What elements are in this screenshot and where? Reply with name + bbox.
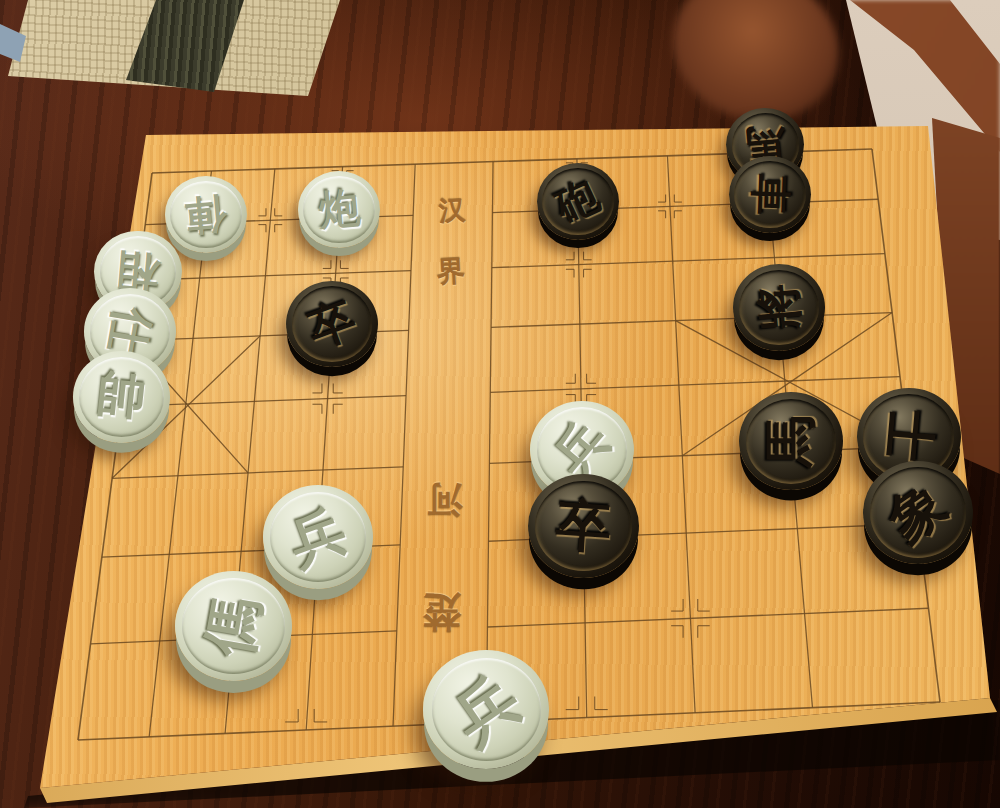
piece-black-chariot[interactable]: 車	[729, 156, 811, 233]
piece-character: 士	[880, 408, 936, 464]
piece-red-horse[interactable]: 傌	[175, 571, 293, 682]
piece-red-chariot[interactable]: 俥	[165, 176, 247, 253]
piece-character: 帥	[95, 370, 149, 424]
piece-black-horse-2[interactable]: 馬	[739, 392, 843, 490]
photo-canvas: 汉界河楚 馬俥炮砲車相仕卒將帥兵馬士兵卒象傌兵	[0, 0, 1000, 808]
piece-red-soldier-2[interactable]: 兵	[263, 485, 374, 589]
piece-black-soldier-1[interactable]: 卒	[286, 281, 378, 368]
piece-red-general[interactable]: 帥	[73, 351, 171, 443]
piece-character: 象	[880, 474, 957, 551]
piece-character: 仕	[103, 305, 156, 358]
piece-black-soldier-2[interactable]: 卒	[528, 474, 639, 578]
piece-black-elephant[interactable]: 象	[863, 461, 974, 565]
piece-character: 炮	[317, 187, 362, 232]
piece-character: 砲	[550, 174, 605, 229]
piece-character: 兵	[442, 666, 530, 754]
piece-character: 傌	[199, 592, 267, 660]
piece-character: 兵	[282, 502, 353, 573]
piece-layer: 馬俥炮砲車相仕卒將帥兵馬士兵卒象傌兵	[0, 0, 1000, 808]
piece-character: 車	[748, 173, 791, 216]
piece-black-cannon[interactable]: 砲	[537, 163, 619, 240]
piece-character: 馬	[765, 415, 817, 467]
piece-character: 將	[754, 283, 804, 333]
piece-character: 卒	[554, 497, 613, 556]
piece-black-general[interactable]: 將	[733, 264, 825, 351]
piece-character: 卒	[302, 294, 361, 353]
piece-red-soldier-3[interactable]: 兵	[423, 650, 549, 768]
piece-character: 俥	[183, 192, 228, 237]
piece-red-cannon[interactable]: 炮	[298, 171, 380, 248]
